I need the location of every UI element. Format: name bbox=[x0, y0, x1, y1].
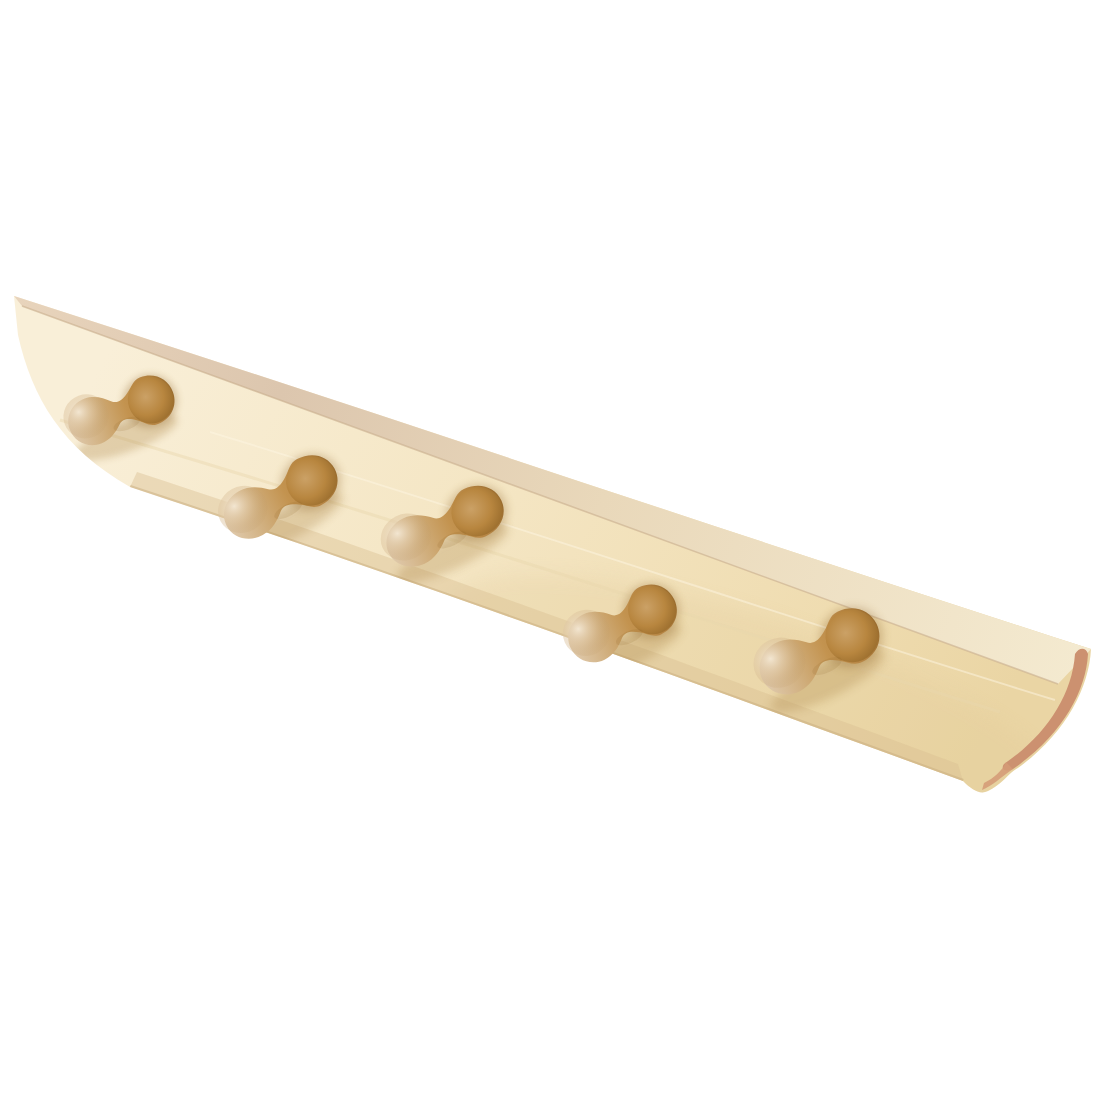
coat-rack-illustration bbox=[0, 0, 1100, 1100]
coat-rack-photo bbox=[0, 0, 1100, 1100]
